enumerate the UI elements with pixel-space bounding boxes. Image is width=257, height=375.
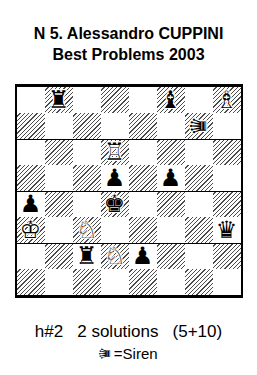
square-e6 bbox=[129, 139, 157, 165]
square-d8 bbox=[101, 87, 129, 113]
legend-text: =Siren bbox=[114, 345, 158, 362]
square-d6: ♖ bbox=[101, 139, 129, 165]
square-b4 bbox=[45, 191, 73, 217]
piece-black-pawn: ♟ bbox=[160, 165, 182, 191]
square-f7 bbox=[157, 113, 185, 139]
square-g1 bbox=[185, 269, 213, 295]
square-h6 bbox=[213, 139, 241, 165]
piece-black-bishop: ♝ bbox=[160, 87, 182, 113]
problem-title-line2: Best Problems 2003 bbox=[0, 44, 257, 65]
material-count: (5+10) bbox=[173, 322, 223, 342]
piece-white-knight: ♘ bbox=[76, 217, 98, 243]
square-d4: ♚ bbox=[101, 191, 129, 217]
square-a1 bbox=[17, 269, 45, 295]
square-e3 bbox=[129, 217, 157, 243]
square-a6 bbox=[17, 139, 45, 165]
fairy-piece-legend: ♛=Siren bbox=[0, 345, 257, 362]
square-h1 bbox=[213, 269, 241, 295]
square-b3 bbox=[45, 217, 73, 243]
square-c2: ♜ bbox=[73, 243, 101, 269]
rank-separator-line bbox=[17, 139, 241, 140]
square-f5: ♟ bbox=[157, 165, 185, 191]
problem-title-line1: N 5. Alessandro CUPPINI bbox=[0, 23, 257, 44]
chessboard: ♜♝♗♛♖♟♟♟♚♔♘♛♜♘♟ bbox=[15, 84, 243, 298]
square-e1 bbox=[129, 269, 157, 295]
piece-black-pawn: ♟ bbox=[104, 165, 126, 191]
piece-white-rook: ♖ bbox=[104, 139, 126, 165]
square-f8: ♝ bbox=[157, 87, 185, 113]
square-a3: ♔ bbox=[17, 217, 45, 243]
piece-black-pawn: ♟ bbox=[20, 191, 42, 217]
square-e2: ♟ bbox=[129, 243, 157, 269]
square-a2 bbox=[17, 243, 45, 269]
square-b1 bbox=[45, 269, 73, 295]
square-h3: ♛ bbox=[213, 217, 241, 243]
square-h5 bbox=[213, 165, 241, 191]
square-g5 bbox=[185, 165, 213, 191]
square-h7 bbox=[213, 113, 241, 139]
siren-icon: ♛ bbox=[99, 347, 114, 360]
piece-white-bishop: ♗ bbox=[216, 87, 238, 113]
solutions-text: 2 solutions bbox=[77, 322, 158, 342]
square-f1 bbox=[157, 269, 185, 295]
square-f4 bbox=[157, 191, 185, 217]
stipulation-line: h#2 2 solutions (5+10) bbox=[0, 322, 257, 342]
square-g3 bbox=[185, 217, 213, 243]
square-c6 bbox=[73, 139, 101, 165]
square-b8: ♜ bbox=[45, 87, 73, 113]
piece-black-rook: ♜ bbox=[76, 243, 98, 269]
square-g4 bbox=[185, 191, 213, 217]
square-b6 bbox=[45, 139, 73, 165]
square-g7: ♛ bbox=[185, 113, 213, 139]
square-b7 bbox=[45, 113, 73, 139]
square-c5 bbox=[73, 165, 101, 191]
rank-separator-line bbox=[17, 191, 241, 192]
square-a7 bbox=[17, 113, 45, 139]
square-a5 bbox=[17, 165, 45, 191]
square-c4 bbox=[73, 191, 101, 217]
piece-black-king: ♚ bbox=[104, 191, 126, 217]
square-c1 bbox=[73, 269, 101, 295]
square-c7 bbox=[73, 113, 101, 139]
piece-white-knight: ♘ bbox=[104, 243, 126, 269]
square-e7 bbox=[129, 113, 157, 139]
square-b2 bbox=[45, 243, 73, 269]
square-g2 bbox=[185, 243, 213, 269]
square-f3 bbox=[157, 217, 185, 243]
square-d3 bbox=[101, 217, 129, 243]
square-a4: ♟ bbox=[17, 191, 45, 217]
square-d1 bbox=[101, 269, 129, 295]
piece-black-siren: ♛ bbox=[187, 116, 209, 136]
square-e8 bbox=[129, 87, 157, 113]
square-e5 bbox=[129, 165, 157, 191]
square-a8 bbox=[17, 87, 45, 113]
square-h4 bbox=[213, 191, 241, 217]
square-h8: ♗ bbox=[213, 87, 241, 113]
square-c8 bbox=[73, 87, 101, 113]
square-d7 bbox=[101, 113, 129, 139]
rank-separator-line bbox=[17, 243, 241, 244]
square-d5: ♟ bbox=[101, 165, 129, 191]
piece-white-king: ♔ bbox=[20, 217, 42, 243]
square-e4 bbox=[129, 191, 157, 217]
problem-title: N 5. Alessandro CUPPINI Best Problems 20… bbox=[0, 0, 257, 65]
square-h2 bbox=[213, 243, 241, 269]
square-g6 bbox=[185, 139, 213, 165]
square-b5 bbox=[45, 165, 73, 191]
square-c3: ♘ bbox=[73, 217, 101, 243]
problem-diagram-page: N 5. Alessandro CUPPINI Best Problems 20… bbox=[0, 0, 257, 375]
square-f2 bbox=[157, 243, 185, 269]
piece-black-rook: ♜ bbox=[48, 87, 70, 113]
piece-black-queen: ♛ bbox=[216, 217, 238, 243]
square-f6 bbox=[157, 139, 185, 165]
square-g8 bbox=[185, 87, 213, 113]
stipulation-text: h#2 bbox=[35, 322, 63, 342]
square-d2: ♘ bbox=[101, 243, 129, 269]
piece-black-pawn: ♟ bbox=[132, 243, 154, 269]
